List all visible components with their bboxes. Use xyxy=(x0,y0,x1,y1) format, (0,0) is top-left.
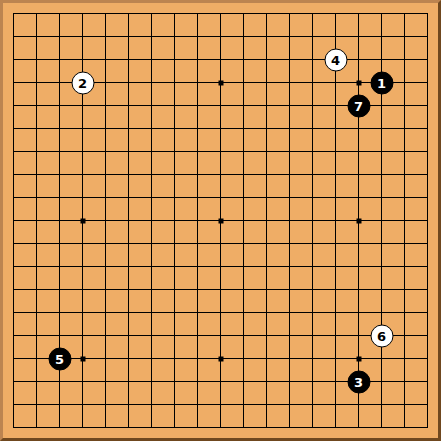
stone-white-move-6: 6 xyxy=(370,324,393,347)
star-point xyxy=(218,356,223,361)
stone-black-move-7: 7 xyxy=(347,94,370,117)
star-point xyxy=(356,80,361,85)
star-point xyxy=(356,218,361,223)
stone-white-move-4: 4 xyxy=(324,48,347,71)
stone-white-move-2: 2 xyxy=(71,71,94,94)
star-point xyxy=(218,80,223,85)
stone-black-move-5: 5 xyxy=(48,347,71,370)
star-point xyxy=(80,356,85,361)
star-point xyxy=(218,218,223,223)
board-grid: 1234567 xyxy=(13,13,428,428)
stone-black-move-3: 3 xyxy=(347,370,370,393)
go-board: 1234567 xyxy=(0,0,441,441)
stone-black-move-1: 1 xyxy=(370,71,393,94)
star-point xyxy=(356,356,361,361)
star-point xyxy=(80,218,85,223)
